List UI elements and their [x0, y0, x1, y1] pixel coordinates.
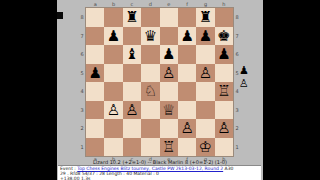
square-b3[interactable]: ♙: [104, 101, 122, 120]
piece-bQ[interactable]: ♛: [144, 27, 157, 46]
square-e5[interactable]: ♙: [160, 64, 178, 83]
rank-label-6: 6: [234, 45, 240, 64]
square-f8[interactable]: [178, 8, 196, 27]
square-b4[interactable]: [104, 82, 122, 101]
piece-bP[interactable]: ♟: [180, 27, 193, 46]
rank-label-6: 6: [79, 45, 85, 64]
game-info-box: Event : Top Chess Engines Blitz tourney,…: [58, 165, 261, 180]
square-d1[interactable]: [141, 138, 159, 157]
square-h1[interactable]: [215, 138, 233, 157]
square-e6[interactable]: ♟: [160, 45, 178, 64]
square-d4[interactable]: ♘: [141, 82, 159, 101]
square-c6[interactable]: ♝: [123, 45, 141, 64]
app-window: abcdefgh abcdefgh 87654321 87654321 ♜♜♟♛…: [0, 0, 320, 180]
piece-wP[interactable]: ♙: [162, 64, 175, 83]
rank-label-1: 1: [234, 138, 240, 157]
square-g5[interactable]: ♙: [196, 64, 214, 83]
square-h7[interactable]: ♚: [215, 27, 233, 46]
square-a8[interactable]: [86, 8, 104, 27]
square-c5[interactable]: [123, 64, 141, 83]
rank-label-2: 2: [79, 119, 85, 138]
piece-bP[interactable]: ♟: [107, 27, 120, 46]
square-f1[interactable]: [178, 138, 196, 157]
rank-label-2: 2: [234, 119, 240, 138]
square-h6[interactable]: ♟: [215, 45, 233, 64]
square-b6[interactable]: [104, 45, 122, 64]
piece-bP[interactable]: ♟: [199, 27, 212, 46]
square-a2[interactable]: [86, 119, 104, 138]
square-d5[interactable]: [141, 64, 159, 83]
engine-eval: +138.00 1.3s: [60, 176, 261, 180]
square-f3[interactable]: [178, 101, 196, 120]
file-label-d: d: [141, 1, 159, 8]
piece-bR[interactable]: ♜: [199, 8, 212, 27]
square-e8[interactable]: [160, 8, 178, 27]
square-h8[interactable]: [215, 8, 233, 27]
square-a5[interactable]: ♟: [86, 64, 104, 83]
file-label-f: f: [178, 1, 196, 8]
square-d8[interactable]: [141, 8, 159, 27]
piece-wP[interactable]: ♙: [217, 119, 230, 138]
piece-bB[interactable]: ♝: [125, 45, 138, 64]
rank-label-8: 8: [234, 8, 240, 27]
piece-wN[interactable]: ♘: [144, 82, 157, 101]
piece-wP[interactable]: ♙: [107, 101, 120, 120]
square-d6[interactable]: [141, 45, 159, 64]
piece-wK[interactable]: ♔: [199, 138, 212, 157]
rank-label-4: 4: [79, 82, 85, 101]
file-label-c: c: [123, 1, 141, 8]
square-f2[interactable]: ♙: [178, 119, 196, 138]
file-label-h: h: [215, 1, 233, 8]
square-e2[interactable]: [160, 119, 178, 138]
piece-wR[interactable]: ♖: [217, 82, 230, 101]
square-c4[interactable]: [123, 82, 141, 101]
piece-wQ[interactable]: ♕: [162, 101, 175, 120]
rank-label-5: 5: [79, 64, 85, 83]
rank-label-1: 1: [79, 138, 85, 157]
square-h5[interactable]: [215, 64, 233, 83]
square-d7[interactable]: ♛: [141, 27, 159, 46]
piece-bK[interactable]: ♚: [217, 27, 230, 46]
square-d2[interactable]: [141, 119, 159, 138]
captured-pieces-tray: ♟♙: [237, 64, 251, 90]
black-to-move-indicator: [57, 12, 63, 19]
square-h4[interactable]: ♖: [215, 82, 233, 101]
rank-label-3: 3: [79, 101, 85, 120]
square-h3[interactable]: [215, 101, 233, 120]
square-f5[interactable]: [178, 64, 196, 83]
square-e4[interactable]: [160, 82, 178, 101]
captured-wP: ♙: [239, 77, 249, 90]
square-g4[interactable]: [196, 82, 214, 101]
piece-wP[interactable]: ♙: [180, 119, 193, 138]
piece-bP[interactable]: ♟: [217, 45, 230, 64]
rank-label-3: 3: [234, 101, 240, 120]
square-g8[interactable]: ♜: [196, 8, 214, 27]
piece-bP[interactable]: ♟: [88, 64, 101, 83]
rank-labels-left: 87654321: [79, 8, 85, 156]
square-a6[interactable]: [86, 45, 104, 64]
square-a4[interactable]: [86, 82, 104, 101]
rank-label-8: 8: [79, 8, 85, 27]
piece-wR[interactable]: ♖: [162, 138, 175, 157]
file-label-a: a: [86, 1, 104, 8]
square-g3[interactable]: [196, 101, 214, 120]
square-g7[interactable]: ♟: [196, 27, 214, 46]
square-c3[interactable]: ♙: [123, 101, 141, 120]
file-label-g: g: [196, 1, 214, 8]
square-b5[interactable]: [104, 64, 122, 83]
file-label-e: e: [160, 1, 178, 8]
square-g1[interactable]: ♔: [196, 138, 214, 157]
square-c8[interactable]: ♜: [123, 8, 141, 27]
square-b1[interactable]: [104, 138, 122, 157]
square-f6[interactable]: [178, 45, 196, 64]
square-a1[interactable]: [86, 138, 104, 157]
piece-wP[interactable]: ♙: [199, 64, 212, 83]
square-c1[interactable]: [123, 138, 141, 157]
square-a7[interactable]: [86, 27, 104, 46]
square-g6[interactable]: [196, 45, 214, 64]
captured-bP: ♟: [239, 64, 249, 77]
square-b2[interactable]: [104, 119, 122, 138]
piece-wP[interactable]: ♙: [125, 101, 138, 120]
square-e7[interactable]: [160, 27, 178, 46]
piece-bR[interactable]: ♜: [125, 8, 138, 27]
square-e3[interactable]: ♕: [160, 101, 178, 120]
eco-code: A30: [223, 166, 233, 171]
file-label-b: b: [104, 1, 122, 8]
piece-bP[interactable]: ♟: [162, 45, 175, 64]
square-b8[interactable]: [104, 8, 122, 27]
square-g2[interactable]: [196, 119, 214, 138]
chess-board[interactable]: ♜♜♟♛♟♟♚♝♟♟♟♙♙♘♖♙♙♕♙♙♖♔: [86, 8, 233, 156]
square-h2[interactable]: ♙: [215, 119, 233, 138]
file-labels-top: abcdefgh: [86, 1, 233, 8]
square-c2[interactable]: [123, 119, 141, 138]
square-f7[interactable]: ♟: [178, 27, 196, 46]
square-d3[interactable]: [141, 101, 159, 120]
square-e1[interactable]: ♖: [160, 138, 178, 157]
square-f4[interactable]: [178, 82, 196, 101]
rank-label-7: 7: [234, 27, 240, 46]
square-a3[interactable]: [86, 101, 104, 120]
square-b7[interactable]: ♟: [104, 27, 122, 46]
rank-label-7: 7: [79, 27, 85, 46]
square-c7[interactable]: [123, 27, 141, 46]
